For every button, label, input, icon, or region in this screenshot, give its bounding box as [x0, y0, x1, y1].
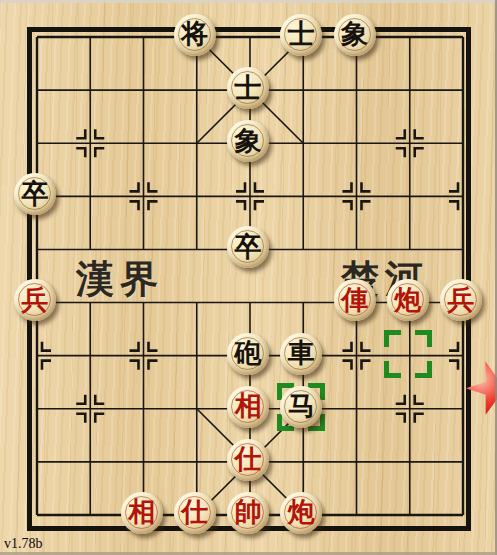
piece-glyph: 象	[334, 14, 376, 56]
piece-black-cannon[interactable]: 砲	[227, 333, 269, 375]
piece-red-soldier[interactable]: 兵	[14, 279, 56, 321]
piece-red-advisor[interactable]: 仕	[174, 492, 216, 534]
piece-red-cannon[interactable]: 炮	[387, 279, 429, 321]
piece-glyph: 車	[280, 333, 322, 375]
piece-red-elephant[interactable]: 相	[227, 386, 269, 428]
piece-red-cannon[interactable]: 炮	[280, 492, 322, 534]
piece-glyph: 兵	[14, 279, 56, 321]
piece-black-chariot[interactable]: 車	[280, 333, 322, 375]
piece-black-elephant[interactable]: 象	[334, 14, 376, 56]
window-edge-top	[0, 0, 497, 3]
piece-glyph: 卒	[14, 173, 56, 215]
piece-glyph: 兵	[440, 279, 482, 321]
version-label: v1.78b	[4, 536, 43, 552]
piece-red-soldier[interactable]: 兵	[440, 279, 482, 321]
piece-black-advisor[interactable]: 士	[280, 14, 322, 56]
xiangqi-app-window: 漢界 楚河 将士象士象卒卒兵俥炮兵砲車相马仕相仕帥炮 v1.78b	[0, 0, 497, 555]
board-intersections[interactable]: 将士象士象卒卒兵俥炮兵砲車相马仕相仕帥炮	[10, 10, 489, 541]
piece-glyph: 士	[227, 67, 269, 109]
piece-glyph: 相	[121, 492, 163, 534]
last-move-from-highlight	[384, 330, 432, 378]
piece-red-chariot[interactable]: 俥	[334, 279, 376, 321]
piece-black-elephant[interactable]: 象	[227, 120, 269, 162]
piece-black-soldier[interactable]: 卒	[14, 173, 56, 215]
piece-glyph: 炮	[280, 492, 322, 534]
piece-glyph: 马	[280, 386, 322, 428]
piece-glyph: 仕	[174, 492, 216, 534]
piece-glyph: 象	[227, 120, 269, 162]
piece-red-general[interactable]: 帥	[227, 492, 269, 534]
piece-glyph: 士	[280, 14, 322, 56]
piece-glyph: 炮	[387, 279, 429, 321]
piece-black-advisor[interactable]: 士	[227, 67, 269, 109]
piece-glyph: 卒	[227, 226, 269, 268]
piece-black-soldier[interactable]: 卒	[227, 226, 269, 268]
piece-glyph: 仕	[227, 439, 269, 481]
piece-glyph: 将	[174, 14, 216, 56]
piece-glyph: 帥	[227, 492, 269, 534]
piece-black-horse[interactable]: 马	[280, 386, 322, 428]
piece-glyph: 相	[227, 386, 269, 428]
piece-glyph: 俥	[334, 279, 376, 321]
piece-black-general[interactable]: 将	[174, 14, 216, 56]
piece-red-elephant[interactable]: 相	[121, 492, 163, 534]
piece-glyph: 砲	[227, 333, 269, 375]
piece-red-advisor[interactable]: 仕	[227, 439, 269, 481]
